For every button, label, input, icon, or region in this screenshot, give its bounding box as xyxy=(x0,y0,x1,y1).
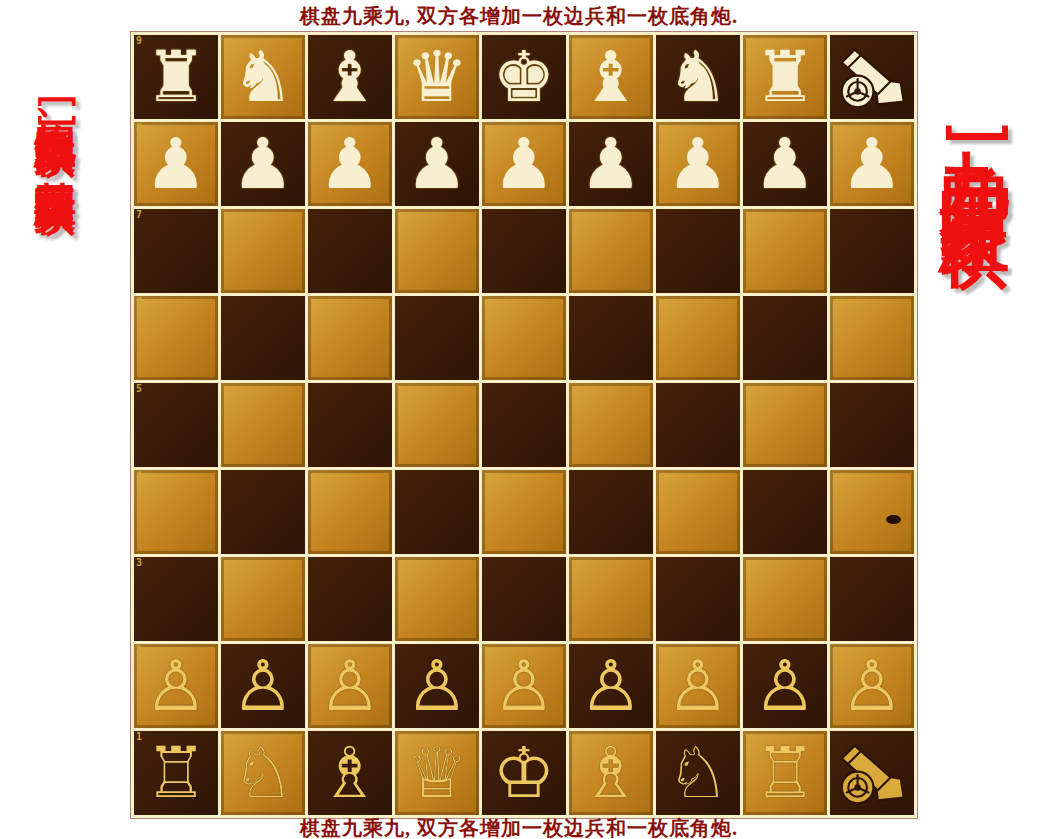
square-g7[interactable] xyxy=(656,209,740,293)
square-i4[interactable] xyxy=(830,470,914,554)
square-h2[interactable]: ♙ xyxy=(743,644,827,728)
square-b9[interactable]: ♞ xyxy=(221,35,305,119)
square-a3[interactable]: 3 xyxy=(134,557,218,641)
piece-black-pawn[interactable]: ♟ xyxy=(406,129,469,199)
piece-black-pawn[interactable]: ♟ xyxy=(319,129,382,199)
square-c1[interactable]: ♗ xyxy=(308,731,392,815)
square-d9[interactable]: ♛ xyxy=(395,35,479,119)
square-d4[interactable] xyxy=(395,470,479,554)
square-f7[interactable] xyxy=(569,209,653,293)
square-g9[interactable]: ♞ xyxy=(656,35,740,119)
piece-black-rook[interactable]: ♜ xyxy=(754,42,817,112)
square-e5[interactable] xyxy=(482,383,566,467)
piece-black-pawn[interactable]: ♟ xyxy=(493,129,556,199)
piece-white-pawn[interactable]: ♙ xyxy=(493,651,556,721)
square-c5[interactable] xyxy=(308,383,392,467)
square-d3[interactable] xyxy=(395,557,479,641)
square-g3[interactable] xyxy=(656,557,740,641)
square-c8[interactable]: ♟ xyxy=(308,122,392,206)
rank-label-5: 5 xyxy=(136,384,142,394)
square-d2[interactable]: ♙ xyxy=(395,644,479,728)
square-c3[interactable] xyxy=(308,557,392,641)
square-c6[interactable] xyxy=(308,296,392,380)
piece-black-bishop[interactable]: ♝ xyxy=(580,42,643,112)
rank-label-7: 7 xyxy=(136,210,142,220)
piece-white-pawn[interactable]: ♙ xyxy=(667,651,730,721)
piece-white-pawn[interactable]: ♙ xyxy=(232,651,295,721)
caption-top: 棋盘九乘九, 双方各增加一枚边兵和一枚底角炮. xyxy=(0,3,1038,30)
square-b3[interactable] xyxy=(221,557,305,641)
piece-white-knight[interactable]: ♘ xyxy=(232,738,295,808)
square-d8[interactable]: ♟ xyxy=(395,122,479,206)
caption-bottom: 棋盘九乘九, 双方各增加一枚边兵和一枚底角炮. xyxy=(0,815,1038,839)
rank-label-6: 6 xyxy=(136,297,142,307)
piece-white-queen[interactable]: ♕ xyxy=(406,738,469,808)
piece-white-king[interactable]: ♔ xyxy=(493,738,556,808)
square-i1[interactable] xyxy=(830,731,914,815)
square-g1[interactable]: ♘ xyxy=(656,731,740,815)
square-g4[interactable] xyxy=(656,470,740,554)
square-h1[interactable]: ♖ xyxy=(743,731,827,815)
square-h3[interactable] xyxy=(743,557,827,641)
square-i8[interactable]: ♟ xyxy=(830,122,914,206)
piece-black-pawn[interactable]: ♟ xyxy=(232,129,295,199)
side-text-right: ［九兵国际象棋］ xyxy=(940,80,1010,192)
square-c9[interactable]: ♝ xyxy=(308,35,392,119)
cannon-icon xyxy=(836,41,908,113)
square-e4[interactable] xyxy=(482,470,566,554)
square-i3[interactable] xyxy=(830,557,914,641)
square-d6[interactable] xyxy=(395,296,479,380)
square-f8[interactable]: ♟ xyxy=(569,122,653,206)
chess-board: 9♜♞♝♛♚♝♞♜8♟♟♟♟♟♟♟♟♟765432♙♙♙♙♙♙♙♙♙1♖♘♗♕♔… xyxy=(131,32,917,818)
piece-black-cannon[interactable] xyxy=(836,41,908,113)
square-a8[interactable]: 8♟ xyxy=(134,122,218,206)
rank-label-9: 9 xyxy=(136,36,142,46)
rank-label-1: 1 xyxy=(136,732,142,742)
piece-white-rook[interactable]: ♖ xyxy=(754,738,817,808)
square-f3[interactable] xyxy=(569,557,653,641)
square-i7[interactable] xyxy=(830,209,914,293)
square-f2[interactable]: ♙ xyxy=(569,644,653,728)
piece-black-knight[interactable]: ♞ xyxy=(232,42,295,112)
piece-black-pawn[interactable]: ♟ xyxy=(841,129,904,199)
square-f1[interactable]: ♗ xyxy=(569,731,653,815)
side-text-left: ［炮］同中国象棋、其它同国际象棋 xyxy=(34,88,76,162)
square-f9[interactable]: ♝ xyxy=(569,35,653,119)
square-f5[interactable] xyxy=(569,383,653,467)
square-g8[interactable]: ♟ xyxy=(656,122,740,206)
rank-label-3: 3 xyxy=(136,558,142,568)
board-blemish-spot xyxy=(886,515,901,524)
square-b8[interactable]: ♟ xyxy=(221,122,305,206)
square-a2[interactable]: 2♙ xyxy=(134,644,218,728)
square-a1[interactable]: 1♖ xyxy=(134,731,218,815)
square-d1[interactable]: ♕ xyxy=(395,731,479,815)
square-g6[interactable] xyxy=(656,296,740,380)
piece-black-queen[interactable]: ♛ xyxy=(406,42,469,112)
square-b6[interactable] xyxy=(221,296,305,380)
piece-white-pawn[interactable]: ♙ xyxy=(145,651,208,721)
square-e6[interactable] xyxy=(482,296,566,380)
square-c2[interactable]: ♙ xyxy=(308,644,392,728)
square-i5[interactable] xyxy=(830,383,914,467)
square-h4[interactable] xyxy=(743,470,827,554)
square-a6[interactable]: 6 xyxy=(134,296,218,380)
cannon-icon xyxy=(836,737,908,809)
piece-black-rook[interactable]: ♜ xyxy=(145,42,208,112)
square-i6[interactable] xyxy=(830,296,914,380)
square-b2[interactable]: ♙ xyxy=(221,644,305,728)
piece-black-pawn[interactable]: ♟ xyxy=(580,129,643,199)
square-g2[interactable]: ♙ xyxy=(656,644,740,728)
rank-label-4: 4 xyxy=(136,471,142,481)
square-h8[interactable]: ♟ xyxy=(743,122,827,206)
rank-label-2: 2 xyxy=(136,645,142,655)
piece-white-knight[interactable]: ♘ xyxy=(667,738,730,808)
square-a4[interactable]: 4 xyxy=(134,470,218,554)
square-f4[interactable] xyxy=(569,470,653,554)
square-e2[interactable]: ♙ xyxy=(482,644,566,728)
square-h5[interactable] xyxy=(743,383,827,467)
square-c4[interactable] xyxy=(308,470,392,554)
piece-white-pawn[interactable]: ♙ xyxy=(841,651,904,721)
square-c7[interactable] xyxy=(308,209,392,293)
square-b4[interactable] xyxy=(221,470,305,554)
square-h7[interactable] xyxy=(743,209,827,293)
piece-white-rook[interactable]: ♖ xyxy=(145,738,208,808)
square-e3[interactable] xyxy=(482,557,566,641)
square-a7[interactable]: 7 xyxy=(134,209,218,293)
piece-black-pawn[interactable]: ♟ xyxy=(145,129,208,199)
square-d5[interactable] xyxy=(395,383,479,467)
piece-black-pawn[interactable]: ♟ xyxy=(754,129,817,199)
square-h9[interactable]: ♜ xyxy=(743,35,827,119)
piece-white-pawn[interactable]: ♙ xyxy=(754,651,817,721)
square-g5[interactable] xyxy=(656,383,740,467)
square-b7[interactable] xyxy=(221,209,305,293)
piece-black-king[interactable]: ♚ xyxy=(493,42,556,112)
piece-black-bishop[interactable]: ♝ xyxy=(319,42,382,112)
square-e1[interactable]: ♔ xyxy=(482,731,566,815)
piece-white-cannon[interactable] xyxy=(836,737,908,809)
square-a5[interactable]: 5 xyxy=(134,383,218,467)
square-e7[interactable] xyxy=(482,209,566,293)
square-i9[interactable] xyxy=(830,35,914,119)
rank-label-8: 8 xyxy=(136,123,142,133)
piece-black-knight[interactable]: ♞ xyxy=(667,42,730,112)
piece-white-pawn[interactable]: ♙ xyxy=(406,651,469,721)
piece-white-bishop[interactable]: ♗ xyxy=(580,738,643,808)
page: 棋盘九乘九, 双方各增加一枚边兵和一枚底角炮. ［炮］同中国象棋、其它同国际象棋… xyxy=(0,0,1038,839)
square-i2[interactable]: ♙ xyxy=(830,644,914,728)
square-b1[interactable]: ♘ xyxy=(221,731,305,815)
square-d7[interactable] xyxy=(395,209,479,293)
piece-white-pawn[interactable]: ♙ xyxy=(319,651,382,721)
square-a9[interactable]: 9♜ xyxy=(134,35,218,119)
piece-black-pawn[interactable]: ♟ xyxy=(667,129,730,199)
square-h6[interactable] xyxy=(743,296,827,380)
square-f6[interactable] xyxy=(569,296,653,380)
square-e8[interactable]: ♟ xyxy=(482,122,566,206)
piece-white-bishop[interactable]: ♗ xyxy=(319,738,382,808)
square-e9[interactable]: ♚ xyxy=(482,35,566,119)
piece-white-pawn[interactable]: ♙ xyxy=(580,651,643,721)
square-b5[interactable] xyxy=(221,383,305,467)
